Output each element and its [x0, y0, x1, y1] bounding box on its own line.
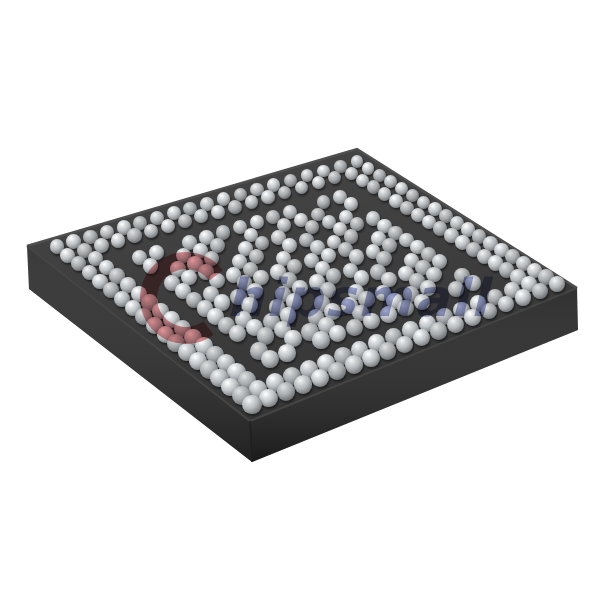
- solder-ball: [344, 197, 358, 211]
- solder-ball: [464, 309, 481, 326]
- solder-ball: [498, 296, 514, 312]
- solder-ball: [414, 294, 430, 310]
- solder-ball: [346, 319, 363, 336]
- solder-ball: [413, 329, 430, 346]
- solder-ball: [211, 205, 225, 219]
- solder-ball: [127, 228, 142, 243]
- solder-ball: [328, 362, 346, 380]
- solder-ball: [312, 176, 325, 189]
- product-photo: hipsmall: [0, 0, 600, 600]
- solder-ball: [194, 209, 208, 223]
- solder-ball: [261, 190, 274, 203]
- solder-ball: [447, 316, 464, 333]
- solder-ball: [329, 325, 346, 342]
- solder-ball: [328, 171, 341, 184]
- solder-ball: [430, 322, 447, 339]
- solder-ball: [465, 275, 481, 291]
- solder-ball: [278, 344, 296, 362]
- solder-ball: [111, 233, 126, 248]
- solder-ball: [379, 342, 397, 360]
- solder-ball: [397, 300, 413, 316]
- solder-ball: [532, 283, 548, 299]
- solder-ball: [261, 350, 279, 368]
- solder-ball: [229, 325, 246, 342]
- solder-ball: [294, 375, 313, 394]
- solder-ball: [295, 181, 308, 194]
- solder-ball-grid: [0, 0, 600, 600]
- solder-ball: [312, 331, 329, 348]
- solder-ball: [242, 395, 261, 414]
- solder-ball: [549, 276, 565, 292]
- solder-ball: [144, 224, 158, 238]
- solder-ball: [245, 195, 259, 209]
- solder-ball: [178, 214, 192, 228]
- solder-ball: [380, 306, 397, 323]
- solder-ball: [363, 313, 380, 330]
- solder-ball: [448, 281, 464, 297]
- solder-ball: [362, 349, 380, 367]
- solder-ball: [228, 200, 242, 214]
- solder-ball: [311, 369, 329, 387]
- solder-ball: [143, 258, 158, 273]
- solder-ball: [515, 289, 531, 305]
- solder-ball: [396, 336, 413, 353]
- solder-ball: [161, 219, 175, 233]
- solder-ball: [481, 303, 498, 320]
- solder-ball: [259, 389, 278, 408]
- solder-ball: [277, 382, 296, 401]
- solder-ball: [278, 186, 291, 199]
- solder-ball: [317, 195, 331, 209]
- solder-ball: [345, 355, 363, 373]
